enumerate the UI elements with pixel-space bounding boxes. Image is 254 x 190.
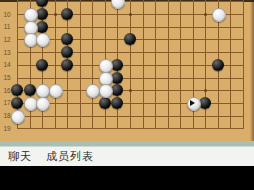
stone-black: [36, 21, 48, 33]
row-label: 13: [0, 49, 14, 56]
stone-white: [11, 110, 25, 124]
stone-white: [36, 97, 50, 111]
stone-white: [24, 8, 38, 22]
row-label: 14: [0, 61, 14, 68]
stone-black: [61, 46, 73, 58]
board-right-edge-shadow: [250, 0, 254, 141]
stone-white: [212, 8, 226, 22]
stone-black: [111, 72, 123, 84]
stone-black: [11, 97, 23, 109]
stone-white: [111, 0, 125, 9]
last-move-marker-icon: [190, 100, 195, 106]
stone-black: [99, 97, 111, 109]
go-board[interactable]: 10111213141516171819: [0, 0, 254, 141]
stone-white: [99, 59, 113, 73]
stone-white: [36, 33, 50, 47]
stone-black: [212, 59, 224, 71]
bottom-toolbar: 聊天 成员列表: [0, 146, 254, 166]
stone-black: [124, 33, 136, 45]
app-screen: 10111213141516171819 聊天 成员列表: [0, 0, 254, 190]
stone-black: [24, 84, 36, 96]
stone-black: [36, 59, 48, 71]
stone-black: [11, 84, 23, 96]
stone-black: [36, 0, 48, 7]
stone-white: [99, 84, 113, 98]
row-label: 19: [0, 125, 14, 132]
stone-black: [111, 59, 123, 71]
stone-black: [61, 8, 73, 20]
row-label: 11: [0, 23, 14, 30]
stone-black: [61, 59, 73, 71]
stone-black: [199, 97, 211, 109]
stone-black: [111, 97, 123, 109]
tab-chat[interactable]: 聊天: [8, 149, 32, 164]
row-label: 15: [0, 74, 14, 81]
stone-black: [111, 84, 123, 96]
stone-black: [61, 33, 73, 45]
stone-white: [49, 84, 63, 98]
row-label: 10: [0, 11, 14, 18]
bottom-letterbox-bar: [0, 166, 254, 190]
stone-white: [187, 97, 201, 111]
tab-member-list[interactable]: 成员列表: [46, 149, 94, 164]
row-label: 12: [0, 36, 14, 43]
stone-black: [36, 8, 48, 20]
